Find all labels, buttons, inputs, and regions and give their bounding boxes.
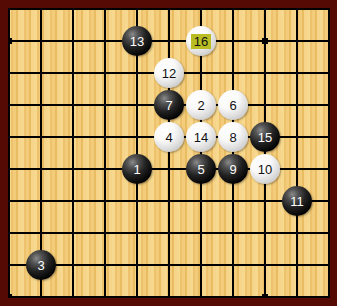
grid-line-vertical xyxy=(168,8,170,298)
stone-black-1: 1 xyxy=(122,154,152,184)
grid-line-horizontal xyxy=(8,296,330,298)
stone-black-11: 11 xyxy=(282,186,312,216)
stone-white-16: 16 xyxy=(186,26,216,56)
move-number: 7 xyxy=(165,98,172,113)
move-number: 1 xyxy=(133,162,140,177)
stone-black-3: 3 xyxy=(26,250,56,280)
move-number: 12 xyxy=(162,66,176,81)
stone-white-8: 8 xyxy=(218,122,248,152)
stone-black-5: 5 xyxy=(186,154,216,184)
grid-line-horizontal xyxy=(8,264,330,266)
stone-white-10: 10 xyxy=(250,154,280,184)
move-number: 5 xyxy=(197,162,204,177)
stone-black-13: 13 xyxy=(122,26,152,56)
hoshi-point xyxy=(262,38,268,44)
grid-line-vertical xyxy=(296,8,298,298)
stone-black-7: 7 xyxy=(154,90,184,120)
stone-white-12: 12 xyxy=(154,58,184,88)
go-board-frame: 12345678910111213141516 xyxy=(0,0,337,306)
stone-black-9: 9 xyxy=(218,154,248,184)
move-number: 3 xyxy=(37,258,44,273)
stone-white-2: 2 xyxy=(186,90,216,120)
stone-white-14: 14 xyxy=(186,122,216,152)
move-number: 15 xyxy=(258,130,272,145)
hoshi-point xyxy=(262,294,268,298)
go-board[interactable]: 12345678910111213141516 xyxy=(8,8,330,298)
move-number: 8 xyxy=(229,130,236,145)
hoshi-point xyxy=(8,294,12,298)
grid-line-vertical xyxy=(72,8,74,298)
move-number: 4 xyxy=(165,130,172,145)
grid-line-vertical xyxy=(264,8,266,298)
grid-line-horizontal xyxy=(8,168,330,170)
grid-line-vertical xyxy=(8,8,10,298)
stone-white-4: 4 xyxy=(154,122,184,152)
grid-line-horizontal xyxy=(8,232,330,234)
grid-line-vertical xyxy=(328,8,330,298)
move-number: 11 xyxy=(290,194,304,209)
hoshi-point xyxy=(8,38,12,44)
stone-white-6: 6 xyxy=(218,90,248,120)
grid-line-horizontal xyxy=(8,40,330,42)
grid-line-vertical xyxy=(104,8,106,298)
grid-line-horizontal xyxy=(8,8,330,10)
move-number: 2 xyxy=(197,98,204,113)
move-number: 6 xyxy=(229,98,236,113)
move-number: 13 xyxy=(130,34,144,49)
move-number: 9 xyxy=(229,162,236,177)
move-number: 14 xyxy=(194,130,208,145)
grid-line-vertical xyxy=(232,8,234,298)
last-move-highlight: 16 xyxy=(191,34,211,49)
move-number: 10 xyxy=(258,162,272,177)
stone-black-15: 15 xyxy=(250,122,280,152)
